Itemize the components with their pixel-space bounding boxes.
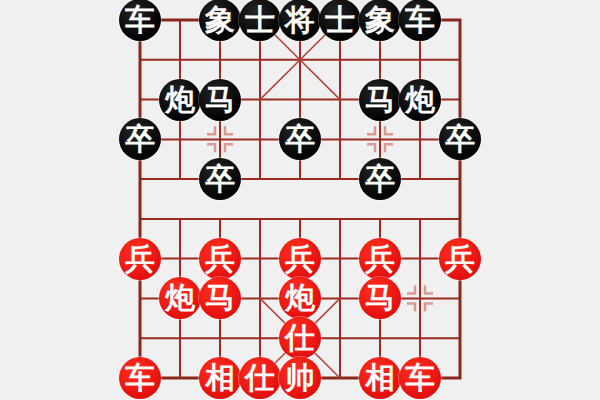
piece-black-士-f4r1[interactable]: 士 [239,0,281,41]
piece-black-车-f1r1[interactable]: 车 [119,0,161,41]
piece-red-马-f7r8[interactable]: 马 [359,277,401,319]
piece-red-帅-f5r10[interactable]: 帅 [279,357,321,399]
pieces-grid: 车象士将士象车炮马马炮卒卒卒卒卒兵兵兵兵兵炮马炮马仕车相仕帅相车 [120,0,480,398]
xiangqi-board: 车象士将士象车炮马马炮卒卒卒卒卒兵兵兵兵兵炮马炮马仕车相仕帅相车 [0,0,600,400]
piece-red-兵-f3r7[interactable]: 兵 [199,238,241,280]
piece-black-士-f6r1[interactable]: 士 [319,0,361,41]
piece-red-相-f3r10[interactable]: 相 [199,357,241,399]
piece-black-卒-f3r5[interactable]: 卒 [199,158,241,200]
piece-red-炮-f2r8[interactable]: 炮 [159,277,201,319]
piece-red-相-f7r10[interactable]: 相 [359,357,401,399]
piece-black-卒-f5r4[interactable]: 卒 [279,118,321,160]
piece-black-将-f5r1[interactable]: 将 [279,0,321,41]
piece-red-炮-f5r8[interactable]: 炮 [279,277,321,319]
piece-red-仕-f5r9[interactable]: 仕 [279,317,321,359]
piece-black-炮-f2r3[interactable]: 炮 [159,79,201,121]
piece-black-象-f3r1[interactable]: 象 [199,0,241,41]
piece-red-兵-f7r7[interactable]: 兵 [359,238,401,280]
piece-red-兵-f1r7[interactable]: 兵 [119,238,161,280]
piece-red-车-f1r10[interactable]: 车 [119,357,161,399]
piece-black-马-f7r3[interactable]: 马 [359,79,401,121]
piece-black-卒-f7r5[interactable]: 卒 [359,158,401,200]
piece-red-仕-f4r10[interactable]: 仕 [239,357,281,399]
piece-black-卒-f9r4[interactable]: 卒 [439,118,481,160]
piece-black-车-f8r1[interactable]: 车 [399,0,441,41]
piece-black-马-f3r3[interactable]: 马 [199,79,241,121]
piece-black-卒-f1r4[interactable]: 卒 [119,118,161,160]
piece-red-兵-f5r7[interactable]: 兵 [279,238,321,280]
piece-red-车-f8r10[interactable]: 车 [399,357,441,399]
piece-red-马-f3r8[interactable]: 马 [199,277,241,319]
piece-black-炮-f8r3[interactable]: 炮 [399,79,441,121]
piece-red-兵-f9r7[interactable]: 兵 [439,238,481,280]
piece-black-象-f7r1[interactable]: 象 [359,0,401,41]
